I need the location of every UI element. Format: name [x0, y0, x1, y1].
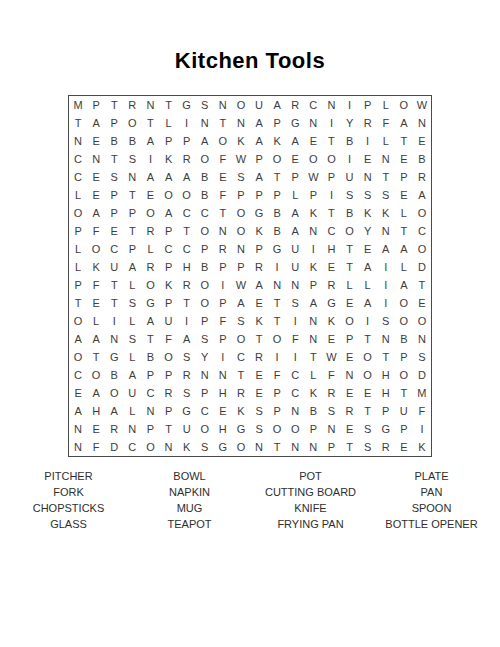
grid-cell[interactable]: P: [105, 186, 123, 204]
grid-cell[interactable]: E: [359, 150, 377, 168]
grid-cell[interactable]: I: [341, 96, 359, 114]
grid-cell[interactable]: A: [178, 330, 196, 348]
grid-cell[interactable]: E: [69, 384, 87, 402]
grid-cell[interactable]: I: [214, 276, 232, 294]
grid-cell[interactable]: S: [178, 384, 196, 402]
grid-cell[interactable]: F: [214, 150, 232, 168]
grid-cell[interactable]: L: [69, 240, 87, 258]
grid-cell[interactable]: O: [196, 222, 214, 240]
grid-cell[interactable]: F: [87, 276, 105, 294]
grid-cell[interactable]: I: [214, 348, 232, 366]
grid-cell[interactable]: P: [304, 276, 322, 294]
grid-cell[interactable]: S: [105, 168, 123, 186]
grid-cell[interactable]: N: [214, 96, 232, 114]
grid-cell[interactable]: R: [413, 168, 431, 186]
grid-cell[interactable]: O: [395, 294, 413, 312]
grid-cell[interactable]: I: [322, 114, 340, 132]
grid-cell[interactable]: F: [214, 186, 232, 204]
grid-cell[interactable]: I: [359, 312, 377, 330]
grid-cell[interactable]: T: [250, 330, 268, 348]
grid-cell[interactable]: Y: [341, 114, 359, 132]
grid-cell[interactable]: H: [377, 366, 395, 384]
grid-cell[interactable]: N: [87, 150, 105, 168]
grid-cell[interactable]: C: [69, 150, 87, 168]
grid-cell[interactable]: I: [377, 294, 395, 312]
grid-cell[interactable]: R: [178, 276, 196, 294]
grid-cell[interactable]: T: [105, 294, 123, 312]
grid-cell[interactable]: E: [105, 222, 123, 240]
grid-cell[interactable]: R: [178, 366, 196, 384]
grid-cell[interactable]: A: [268, 96, 286, 114]
grid-cell[interactable]: W: [304, 168, 322, 186]
grid-cell[interactable]: P: [69, 276, 87, 294]
grid-cell[interactable]: O: [232, 330, 250, 348]
grid-cell[interactable]: O: [214, 132, 232, 150]
grid-cell[interactable]: P: [214, 330, 232, 348]
grid-cell[interactable]: A: [359, 258, 377, 276]
grid-cell[interactable]: N: [304, 114, 322, 132]
grid-cell[interactable]: A: [87, 114, 105, 132]
grid-cell[interactable]: N: [141, 402, 159, 420]
grid-cell[interactable]: P: [341, 330, 359, 348]
grid-cell[interactable]: R: [250, 348, 268, 366]
grid-cell[interactable]: W: [232, 276, 250, 294]
grid-cell[interactable]: P: [160, 366, 178, 384]
grid-cell[interactable]: T: [377, 168, 395, 186]
grid-cell[interactable]: T: [359, 330, 377, 348]
grid-cell[interactable]: N: [377, 222, 395, 240]
grid-cell[interactable]: R: [232, 384, 250, 402]
grid-cell[interactable]: P: [377, 402, 395, 420]
grid-cell[interactable]: L: [69, 186, 87, 204]
grid-cell[interactable]: I: [286, 348, 304, 366]
grid-cell[interactable]: B: [341, 132, 359, 150]
grid-cell[interactable]: O: [359, 366, 377, 384]
grid-cell[interactable]: E: [341, 420, 359, 438]
grid-cell[interactable]: G: [178, 402, 196, 420]
grid-cell[interactable]: I: [304, 240, 322, 258]
grid-cell[interactable]: E: [322, 330, 340, 348]
grid-cell[interactable]: M: [413, 384, 431, 402]
grid-cell[interactable]: C: [304, 96, 322, 114]
grid-cell[interactable]: O: [141, 204, 159, 222]
grid-cell[interactable]: H: [377, 384, 395, 402]
grid-cell[interactable]: L: [123, 348, 141, 366]
grid-cell[interactable]: O: [196, 276, 214, 294]
grid-cell[interactable]: I: [178, 114, 196, 132]
grid-cell[interactable]: E: [413, 294, 431, 312]
grid-cell[interactable]: U: [286, 258, 304, 276]
grid-cell[interactable]: N: [413, 330, 431, 348]
grid-cell[interactable]: P: [141, 366, 159, 384]
grid-cell[interactable]: L: [395, 204, 413, 222]
grid-cell[interactable]: N: [196, 114, 214, 132]
grid-cell[interactable]: U: [395, 402, 413, 420]
grid-cell[interactable]: N: [123, 420, 141, 438]
grid-cell[interactable]: T: [123, 222, 141, 240]
grid-cell[interactable]: N: [304, 222, 322, 240]
grid-cell[interactable]: T: [232, 366, 250, 384]
grid-cell[interactable]: T: [141, 330, 159, 348]
grid-cell[interactable]: O: [268, 150, 286, 168]
grid-cell[interactable]: S: [123, 294, 141, 312]
grid-cell[interactable]: O: [268, 330, 286, 348]
grid-cell[interactable]: M: [69, 96, 87, 114]
grid-cell[interactable]: T: [105, 150, 123, 168]
grid-cell[interactable]: R: [105, 420, 123, 438]
grid-cell[interactable]: T: [341, 258, 359, 276]
grid-cell[interactable]: P: [232, 186, 250, 204]
grid-cell[interactable]: G: [105, 348, 123, 366]
grid-cell[interactable]: E: [87, 132, 105, 150]
grid-cell[interactable]: F: [322, 366, 340, 384]
grid-cell[interactable]: L: [377, 132, 395, 150]
grid-cell[interactable]: A: [141, 132, 159, 150]
grid-cell[interactable]: G: [250, 204, 268, 222]
grid-cell[interactable]: Y: [196, 348, 214, 366]
grid-cell[interactable]: P: [214, 258, 232, 276]
grid-cell[interactable]: T: [268, 168, 286, 186]
grid-cell[interactable]: S: [232, 312, 250, 330]
grid-cell[interactable]: S: [196, 438, 214, 456]
grid-cell[interactable]: B: [196, 258, 214, 276]
grid-cell[interactable]: N: [268, 276, 286, 294]
grid-cell[interactable]: O: [196, 420, 214, 438]
grid-cell[interactable]: I: [286, 312, 304, 330]
grid-cell[interactable]: N: [286, 438, 304, 456]
grid-cell[interactable]: K: [359, 204, 377, 222]
grid-cell[interactable]: D: [105, 438, 123, 456]
grid-cell[interactable]: P: [268, 384, 286, 402]
grid-cell[interactable]: O: [359, 348, 377, 366]
grid-cell[interactable]: G: [178, 96, 196, 114]
grid-cell[interactable]: H: [87, 402, 105, 420]
grid-cell[interactable]: N: [304, 312, 322, 330]
grid-cell[interactable]: L: [304, 366, 322, 384]
grid-cell[interactable]: P: [268, 402, 286, 420]
grid-cell[interactable]: A: [196, 132, 214, 150]
grid-cell[interactable]: S: [322, 402, 340, 420]
grid-cell[interactable]: O: [232, 438, 250, 456]
grid-cell[interactable]: P: [395, 348, 413, 366]
grid-cell[interactable]: G: [214, 438, 232, 456]
grid-cell[interactable]: A: [87, 204, 105, 222]
grid-cell[interactable]: P: [232, 258, 250, 276]
grid-cell[interactable]: L: [123, 276, 141, 294]
grid-cell[interactable]: T: [160, 420, 178, 438]
grid-cell[interactable]: F: [87, 222, 105, 240]
grid-cell[interactable]: S: [377, 312, 395, 330]
grid-cell[interactable]: O: [286, 420, 304, 438]
grid-cell[interactable]: R: [141, 258, 159, 276]
grid-cell[interactable]: N: [413, 114, 431, 132]
grid-cell[interactable]: E: [341, 384, 359, 402]
grid-cell[interactable]: B: [123, 132, 141, 150]
grid-cell[interactable]: A: [395, 276, 413, 294]
grid-cell[interactable]: K: [304, 384, 322, 402]
grid-cell[interactable]: P: [160, 258, 178, 276]
grid-cell[interactable]: O: [196, 150, 214, 168]
grid-cell[interactable]: N: [250, 438, 268, 456]
grid-cell[interactable]: I: [178, 312, 196, 330]
grid-cell[interactable]: T: [214, 114, 232, 132]
grid-cell[interactable]: N: [304, 330, 322, 348]
grid-cell[interactable]: N: [141, 96, 159, 114]
grid-cell[interactable]: R: [286, 96, 304, 114]
grid-cell[interactable]: A: [105, 402, 123, 420]
grid-cell[interactable]: N: [232, 114, 250, 132]
grid-cell[interactable]: T: [322, 204, 340, 222]
grid-cell[interactable]: F: [160, 330, 178, 348]
grid-cell[interactable]: O: [413, 204, 431, 222]
grid-cell[interactable]: R: [377, 438, 395, 456]
grid-cell[interactable]: S: [178, 348, 196, 366]
grid-cell[interactable]: S: [123, 330, 141, 348]
grid-cell[interactable]: P: [268, 114, 286, 132]
grid-cell[interactable]: S: [232, 168, 250, 186]
grid-cell[interactable]: B: [105, 366, 123, 384]
grid-cell[interactable]: R: [341, 402, 359, 420]
grid-cell[interactable]: D: [413, 258, 431, 276]
grid-cell[interactable]: P: [69, 222, 87, 240]
grid-cell[interactable]: I: [413, 420, 431, 438]
grid-cell[interactable]: P: [214, 294, 232, 312]
grid-cell[interactable]: P: [123, 204, 141, 222]
grid-cell[interactable]: P: [250, 240, 268, 258]
grid-cell[interactable]: K: [304, 204, 322, 222]
grid-cell[interactable]: H: [214, 420, 232, 438]
grid-cell[interactable]: G: [232, 420, 250, 438]
grid-cell[interactable]: R: [359, 114, 377, 132]
grid-cell[interactable]: R: [322, 384, 340, 402]
grid-cell[interactable]: N: [359, 168, 377, 186]
grid-cell[interactable]: O: [322, 150, 340, 168]
grid-cell[interactable]: P: [304, 186, 322, 204]
grid-cell[interactable]: O: [304, 150, 322, 168]
grid-cell[interactable]: W: [413, 96, 431, 114]
grid-cell[interactable]: N: [196, 366, 214, 384]
grid-cell[interactable]: O: [141, 276, 159, 294]
grid-cell[interactable]: T: [268, 312, 286, 330]
grid-cell[interactable]: U: [178, 420, 196, 438]
grid-cell[interactable]: P: [395, 420, 413, 438]
grid-cell[interactable]: E: [413, 132, 431, 150]
grid-cell[interactable]: P: [160, 402, 178, 420]
grid-cell[interactable]: C: [413, 222, 431, 240]
grid-cell[interactable]: N: [322, 420, 340, 438]
grid-cell[interactable]: T: [141, 114, 159, 132]
grid-cell[interactable]: P: [160, 294, 178, 312]
grid-cell[interactable]: A: [123, 366, 141, 384]
grid-cell[interactable]: L: [123, 312, 141, 330]
grid-cell[interactable]: B: [141, 348, 159, 366]
grid-cell[interactable]: K: [413, 438, 431, 456]
grid-cell[interactable]: N: [69, 420, 87, 438]
grid-cell[interactable]: E: [214, 168, 232, 186]
grid-cell[interactable]: O: [87, 366, 105, 384]
grid-cell[interactable]: C: [196, 204, 214, 222]
grid-cell[interactable]: A: [395, 114, 413, 132]
grid-cell[interactable]: E: [359, 384, 377, 402]
grid-cell[interactable]: A: [87, 384, 105, 402]
grid-cell[interactable]: F: [214, 312, 232, 330]
grid-cell[interactable]: O: [395, 312, 413, 330]
grid-cell[interactable]: C: [178, 240, 196, 258]
grid-cell[interactable]: I: [377, 258, 395, 276]
grid-cell[interactable]: C: [322, 222, 340, 240]
grid-cell[interactable]: N: [286, 276, 304, 294]
grid-cell[interactable]: N: [341, 366, 359, 384]
grid-cell[interactable]: B: [413, 150, 431, 168]
grid-cell[interactable]: L: [359, 276, 377, 294]
grid-cell[interactable]: T: [69, 114, 87, 132]
grid-cell[interactable]: K: [322, 312, 340, 330]
grid-cell[interactable]: O: [395, 96, 413, 114]
grid-cell[interactable]: T: [395, 222, 413, 240]
grid-cell[interactable]: O: [123, 114, 141, 132]
grid-cell[interactable]: U: [286, 240, 304, 258]
grid-cell[interactable]: N: [69, 132, 87, 150]
grid-cell[interactable]: O: [69, 312, 87, 330]
grid-cell[interactable]: S: [123, 150, 141, 168]
grid-cell[interactable]: K: [304, 258, 322, 276]
grid-cell[interactable]: C: [232, 348, 250, 366]
grid-cell[interactable]: O: [141, 438, 159, 456]
grid-cell[interactable]: E: [214, 402, 232, 420]
grid-cell[interactable]: S: [413, 348, 431, 366]
grid-cell[interactable]: S: [377, 186, 395, 204]
grid-cell[interactable]: T: [268, 438, 286, 456]
grid-cell[interactable]: K: [250, 222, 268, 240]
grid-cell[interactable]: N: [322, 96, 340, 114]
grid-cell[interactable]: P: [322, 438, 340, 456]
grid-cell[interactable]: I: [268, 348, 286, 366]
grid-cell[interactable]: P: [160, 222, 178, 240]
grid-cell[interactable]: O: [178, 186, 196, 204]
grid-cell[interactable]: E: [395, 150, 413, 168]
grid-cell[interactable]: A: [141, 168, 159, 186]
grid-cell[interactable]: T: [268, 294, 286, 312]
grid-cell[interactable]: R: [123, 96, 141, 114]
grid-cell[interactable]: O: [268, 420, 286, 438]
grid-cell[interactable]: E: [322, 258, 340, 276]
grid-cell[interactable]: O: [105, 384, 123, 402]
grid-cell[interactable]: P: [286, 168, 304, 186]
grid-cell[interactable]: O: [413, 312, 431, 330]
grid-cell[interactable]: K: [250, 312, 268, 330]
grid-cell[interactable]: P: [160, 132, 178, 150]
grid-cell[interactable]: L: [87, 312, 105, 330]
grid-cell[interactable]: L: [160, 114, 178, 132]
grid-cell[interactable]: I: [141, 150, 159, 168]
grid-cell[interactable]: G: [322, 294, 340, 312]
grid-cell[interactable]: I: [322, 186, 340, 204]
grid-cell[interactable]: B: [268, 204, 286, 222]
grid-cell[interactable]: A: [69, 330, 87, 348]
grid-cell[interactable]: O: [395, 366, 413, 384]
grid-cell[interactable]: B: [304, 402, 322, 420]
grid-cell[interactable]: P: [268, 186, 286, 204]
grid-cell[interactable]: I: [341, 150, 359, 168]
grid-cell[interactable]: K: [178, 438, 196, 456]
grid-cell[interactable]: R: [160, 384, 178, 402]
grid-cell[interactable]: U: [160, 312, 178, 330]
grid-cell[interactable]: T: [178, 222, 196, 240]
grid-cell[interactable]: P: [141, 420, 159, 438]
grid-cell[interactable]: B: [268, 222, 286, 240]
grid-cell[interactable]: N: [123, 168, 141, 186]
grid-cell[interactable]: T: [359, 402, 377, 420]
grid-cell[interactable]: E: [341, 294, 359, 312]
grid-cell[interactable]: N: [214, 366, 232, 384]
grid-cell[interactable]: F: [286, 330, 304, 348]
grid-cell[interactable]: N: [286, 402, 304, 420]
grid-cell[interactable]: G: [141, 294, 159, 312]
grid-cell[interactable]: P: [322, 168, 340, 186]
grid-cell[interactable]: L: [377, 96, 395, 114]
grid-cell[interactable]: E: [141, 186, 159, 204]
grid-cell[interactable]: S: [250, 420, 268, 438]
grid-cell[interactable]: E: [87, 168, 105, 186]
grid-cell[interactable]: A: [87, 330, 105, 348]
grid-cell[interactable]: A: [395, 240, 413, 258]
grid-cell[interactable]: L: [286, 186, 304, 204]
grid-cell[interactable]: B: [196, 186, 214, 204]
grid-cell[interactable]: C: [123, 438, 141, 456]
grid-cell[interactable]: O: [413, 240, 431, 258]
grid-cell[interactable]: R: [178, 150, 196, 168]
grid-cell[interactable]: C: [286, 366, 304, 384]
grid-cell[interactable]: S: [250, 402, 268, 420]
grid-cell[interactable]: A: [123, 258, 141, 276]
grid-cell[interactable]: T: [322, 132, 340, 150]
grid-cell[interactable]: N: [105, 330, 123, 348]
grid-cell[interactable]: E: [250, 294, 268, 312]
grid-cell[interactable]: P: [105, 204, 123, 222]
grid-cell[interactable]: G: [286, 114, 304, 132]
grid-cell[interactable]: S: [341, 186, 359, 204]
grid-cell[interactable]: T: [413, 276, 431, 294]
grid-cell[interactable]: A: [413, 186, 431, 204]
grid-cell[interactable]: I: [377, 276, 395, 294]
grid-cell[interactable]: O: [232, 204, 250, 222]
grid-cell[interactable]: K: [232, 132, 250, 150]
grid-cell[interactable]: E: [87, 294, 105, 312]
grid-cell[interactable]: F: [268, 366, 286, 384]
grid-cell[interactable]: P: [105, 114, 123, 132]
grid-cell[interactable]: E: [359, 240, 377, 258]
grid-cell[interactable]: T: [395, 132, 413, 150]
grid-cell[interactable]: C: [105, 240, 123, 258]
grid-cell[interactable]: P: [196, 312, 214, 330]
grid-cell[interactable]: O: [341, 222, 359, 240]
grid-cell[interactable]: E: [395, 438, 413, 456]
grid-cell[interactable]: R: [322, 276, 340, 294]
grid-cell[interactable]: Y: [359, 222, 377, 240]
grid-cell[interactable]: S: [196, 330, 214, 348]
grid-cell[interactable]: S: [286, 294, 304, 312]
grid-cell[interactable]: N: [160, 438, 178, 456]
grid-cell[interactable]: E: [87, 186, 105, 204]
grid-cell[interactable]: P: [196, 384, 214, 402]
grid-cell[interactable]: H: [214, 384, 232, 402]
grid-cell[interactable]: R: [250, 258, 268, 276]
grid-cell[interactable]: A: [250, 132, 268, 150]
grid-cell[interactable]: A: [178, 168, 196, 186]
grid-cell[interactable]: C: [160, 240, 178, 258]
grid-cell[interactable]: T: [87, 348, 105, 366]
grid-cell[interactable]: W: [322, 348, 340, 366]
